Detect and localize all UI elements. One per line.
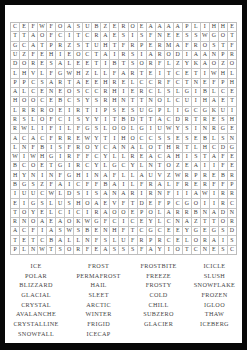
grid-cell-r5c2: O <box>20 60 28 68</box>
grid-cell-r10c24: U <box>219 107 227 115</box>
word-item: SNOWFLAKE <box>187 280 242 290</box>
grid-cell-r14c7: F <box>65 144 73 152</box>
grid-cell-r9c15: T <box>138 97 146 105</box>
grid-cell-r2c13: S <box>119 32 127 40</box>
grid-cell-r11c22: R <box>201 116 209 124</box>
grid-cell-r7c1: P <box>11 79 19 87</box>
grid-cell-r16c20: E <box>183 162 191 170</box>
grid-cell-r2c24: O <box>219 32 227 40</box>
grid-cell-r23c10: E <box>92 227 100 235</box>
grid-cell-r11c15: T <box>138 116 146 124</box>
grid-cell-r22c2: N <box>20 218 28 226</box>
grid-cell-r11c11: I <box>101 116 109 124</box>
grid-cell-r9c11: R <box>101 97 109 105</box>
grid-cell-r22c1: R <box>11 218 19 226</box>
grid-cell-r20c4: S <box>38 199 46 207</box>
grid-cell-r5c23: O <box>210 60 218 68</box>
grid-cell-r20c24: R <box>219 199 227 207</box>
grid-cell-r3c1: G <box>11 42 19 50</box>
grid-cell-r14c2: N <box>20 144 28 152</box>
grid-cell-r24c9: N <box>83 236 91 244</box>
grid-cell-r12c14: L <box>129 125 137 133</box>
grid-cell-r5c17: F <box>156 60 164 68</box>
grid-cell-r7c20: T <box>183 79 191 87</box>
grid-cell-r4c18: O <box>165 51 173 59</box>
grid-cell-r3c3: A <box>29 42 37 50</box>
grid-cell-r2c21: S <box>192 32 200 40</box>
grid-cell-r25c16: A <box>147 246 155 254</box>
grid-cell-r4c8: O <box>74 51 82 59</box>
grid-cell-r15c23: A <box>210 153 218 161</box>
grid-cell-r5c5: S <box>47 60 55 68</box>
grid-cell-r17c12: F <box>110 171 118 179</box>
grid-cell-r11c23: E <box>210 116 218 124</box>
grid-cell-r2c7: I <box>65 32 73 40</box>
grid-cell-r20c21: O <box>192 199 200 207</box>
grid-cell-r18c23: F <box>210 181 218 189</box>
grid-cell-r4c21: A <box>192 51 200 59</box>
grid-cell-r22c10: G <box>92 218 100 226</box>
grid-cell-r10c14: S <box>129 107 137 115</box>
grid-cell-r12c9: G <box>83 125 91 133</box>
grid-cell-r25c12: S <box>110 246 118 254</box>
grid-cell-r16c22: I <box>201 162 209 170</box>
grid-cell-r3c19: A <box>174 42 182 50</box>
grid-cell-r22c3: O <box>29 218 37 226</box>
grid-cell-r18c16: R <box>147 181 155 189</box>
grid-cell-r17c24: B <box>219 171 227 179</box>
grid-cell-r23c7: W <box>65 227 73 235</box>
word-item: ICEBERG <box>187 319 242 329</box>
grid-cell-r8c23: L <box>210 88 218 96</box>
grid-cell-r13c25: N <box>228 134 236 142</box>
grid-cell-r23c5: A <box>47 227 55 235</box>
grid-cell-r9c13: N <box>119 97 127 105</box>
grid-cell-r16c7: I <box>65 162 73 170</box>
grid-cell-r21c21: B <box>192 209 200 217</box>
grid-cell-r8c3: C <box>29 88 37 96</box>
grid-cell-r20c23: I <box>210 199 218 207</box>
grid-cell-r19c14: R <box>129 190 137 198</box>
grid-cell-r18c3: S <box>29 181 37 189</box>
grid-cell-r4c3: F <box>29 51 37 59</box>
grid-cell-r13c9: W <box>83 134 91 142</box>
grid-cell-r7c11: H <box>101 79 109 87</box>
grid-cell-r12c7: L <box>65 125 73 133</box>
grid-cell-r13c14: O <box>129 134 137 142</box>
grid-cell-r25c7: O <box>65 246 73 254</box>
word-list: ICEPOLARBLIZZARDGLACIALCRYSTALAVALANCHEC… <box>5 261 242 339</box>
grid-cell-r25c13: S <box>119 246 127 254</box>
grid-cell-r2c2: T <box>20 32 28 40</box>
grid-cell-r17c19: W <box>174 171 182 179</box>
grid-cell-r10c21: C <box>192 107 200 115</box>
grid-cell-r21c19: R <box>174 209 182 217</box>
grid-cell-r24c19: E <box>174 236 182 244</box>
grid-cell-r2c12: E <box>110 32 118 40</box>
grid-cell-r15c21: S <box>192 153 200 161</box>
grid-cell-r6c11: L <box>101 69 109 77</box>
grid-cell-r19c11: A <box>101 190 109 198</box>
grid-cell-r8c2: L <box>20 88 28 96</box>
grid-cell-r14c21: L <box>192 144 200 152</box>
grid-cell-r20c3: G <box>29 199 37 207</box>
grid-cell-r18c11: B <box>101 181 109 189</box>
grid-cell-r8c5: N <box>47 88 55 96</box>
grid-cell-r6c18: T <box>165 69 173 77</box>
grid-cell-r8c24: C <box>219 88 227 96</box>
grid-cell-r5c18: L <box>165 60 173 68</box>
word-item: CRYSTAL <box>5 300 67 310</box>
grid-cell-r17c14: L <box>129 171 137 179</box>
grid-cell-r25c1: P <box>11 246 19 254</box>
grid-cell-r5c20: Y <box>183 60 191 68</box>
grid-cell-r22c20: A <box>183 218 191 226</box>
grid-cell-r17c2: Y <box>20 171 28 179</box>
grid-cell-r2c15: S <box>138 32 146 40</box>
grid-cell-r12c22: N <box>201 125 209 133</box>
grid-cell-r11c17: A <box>156 116 164 124</box>
grid-cell-r15c15: E <box>138 153 146 161</box>
grid-cell-r3c18: M <box>165 42 173 50</box>
grid-cell-r21c13: O <box>119 209 127 217</box>
grid-cell-r14c3: F <box>29 144 37 152</box>
grid-cell-r10c16: G <box>147 107 155 115</box>
grid-cell-r9c4: C <box>38 97 46 105</box>
grid-cell-r21c10: R <box>92 209 100 217</box>
grid-cell-r23c25: D <box>228 227 236 235</box>
grid-cell-r18c18: L <box>165 181 173 189</box>
grid-cell-r6c17: I <box>156 69 164 77</box>
grid-cell-r3c21: R <box>192 42 200 50</box>
word-item: GLACIER <box>130 319 187 329</box>
grid-cell-r24c13: U <box>119 236 127 244</box>
grid-cell-r19c7: D <box>65 190 73 198</box>
grid-cell-r14c6: S <box>56 144 64 152</box>
grid-cell-r10c13: E <box>119 107 127 115</box>
grid-cell-r12c21: I <box>192 125 200 133</box>
grid-cell-r21c22: N <box>201 209 209 217</box>
grid-cell-r25c5: T <box>47 246 55 254</box>
grid-cell-r22c21: Z <box>192 218 200 226</box>
grid-cell-r1c22: I <box>201 23 209 31</box>
grid-cell-r6c6: G <box>56 69 64 77</box>
grid-cell-r11c18: C <box>165 116 173 124</box>
grid-cell-r25c17: Y <box>156 246 164 254</box>
worksheet-page: CEFWFOASUBZEROEAAAAPLIHHETTAOFCITCRAESIS… <box>5 5 242 343</box>
grid-cell-r12c15: G <box>138 125 146 133</box>
grid-cell-r20c14: T <box>129 199 137 207</box>
grid-cell-r13c10: Y <box>92 134 100 142</box>
grid-cell-r3c8: S <box>74 42 82 50</box>
grid-cell-r20c20: G <box>183 199 191 207</box>
grid-cell-r17c9: I <box>83 171 91 179</box>
grid-cell-r18c24: F <box>219 181 227 189</box>
grid-cell-r21c17: L <box>156 209 164 217</box>
grid-cell-r22c13: I <box>119 218 127 226</box>
grid-cell-r16c18: O <box>165 162 173 170</box>
grid-cell-r6c8: H <box>74 69 82 77</box>
grid-cell-r9c25: T <box>228 97 236 105</box>
grid-cell-r8c14: E <box>129 88 137 96</box>
word-item: SLEET <box>67 290 130 300</box>
grid-cell-r18c14: L <box>129 181 137 189</box>
grid-cell-r7c8: A <box>74 79 82 87</box>
grid-cell-r4c23: N <box>210 51 218 59</box>
grid-cell-r9c22: H <box>201 97 209 105</box>
grid-cell-r1c6: O <box>56 23 64 31</box>
grid-cell-r3c17: R <box>156 42 164 50</box>
grid-cell-r5c19: Z <box>174 60 182 68</box>
grid-cell-r24c16: P <box>147 236 155 244</box>
grid-cell-r1c19: A <box>174 23 182 31</box>
grid-cell-r17c3: N <box>29 171 37 179</box>
word-item: SUBZERO <box>130 309 187 319</box>
grid-cell-r20c15: D <box>138 199 146 207</box>
word-item: AVALANCHE <box>5 309 67 319</box>
grid-cell-r6c14: R <box>129 69 137 77</box>
grid-cell-r24c25: S <box>228 236 236 244</box>
grid-cell-r13c4: C <box>38 134 46 142</box>
grid-cell-r12c5: F <box>47 125 55 133</box>
grid-cell-r25c18: I <box>165 246 173 254</box>
grid-cell-r24c21: O <box>192 236 200 244</box>
grid-cell-r10c1: L <box>11 107 19 115</box>
grid-cell-r13c8: E <box>74 134 82 142</box>
grid-cell-r4c24: P <box>219 51 227 59</box>
grid-cell-r1c13: R <box>119 23 127 31</box>
grid-cell-r5c8: E <box>74 60 82 68</box>
grid-cell-r20c18: P <box>165 199 173 207</box>
grid-cell-r7c2: P <box>20 79 28 87</box>
grid-cell-r16c23: I <box>210 162 218 170</box>
grid-cell-r6c25: L <box>228 69 236 77</box>
grid-cell-r9c19: C <box>174 97 182 105</box>
grid-cell-r11c3: L <box>29 116 37 124</box>
word-item: SNOWFALL <box>5 329 67 339</box>
grid-cell-r17c17: V <box>156 171 164 179</box>
grid-cell-r1c4: W <box>38 23 46 31</box>
grid-cell-r3c20: F <box>183 42 191 50</box>
grid-cell-r22c24: O <box>219 218 227 226</box>
grid-cell-r9c8: S <box>74 97 82 105</box>
grid-cell-r16c12: G <box>110 162 118 170</box>
grid-cell-r15c24: F <box>219 153 227 161</box>
grid-cell-r19c24: R <box>219 190 227 198</box>
grid-cell-r8c20: G <box>183 88 191 96</box>
grid-cell-r12c17: U <box>156 125 164 133</box>
grid-cell-r13c22: B <box>201 134 209 142</box>
grid-cell-r21c6: C <box>56 209 64 217</box>
grid-cell-r23c21: G <box>192 227 200 235</box>
grid-cell-r20c6: U <box>56 199 64 207</box>
grid-cell-r16c17: T <box>156 162 164 170</box>
grid-cell-r24c3: T <box>29 236 37 244</box>
grid-cell-r5c21: K <box>192 60 200 68</box>
grid-cell-r11c12: T <box>110 116 118 124</box>
grid-cell-r4c25: R <box>228 51 236 59</box>
grid-cell-r24c24: I <box>219 236 227 244</box>
grid-cell-r3c11: H <box>101 42 109 50</box>
grid-cell-r15c14: R <box>129 153 137 161</box>
grid-cell-r17c7: G <box>65 171 73 179</box>
grid-cell-r24c14: F <box>129 236 137 244</box>
grid-cell-r18c13: I <box>119 181 127 189</box>
grid-cell-r7c24: P <box>219 79 227 87</box>
grid-cell-r10c6: E <box>56 107 64 115</box>
grid-cell-r4c13: R <box>119 51 127 59</box>
grid-cell-r2c8: T <box>74 32 82 40</box>
grid-cell-r8c11: R <box>101 88 109 96</box>
grid-cell-r10c20: G <box>183 107 191 115</box>
grid-cell-r25c8: R <box>74 246 82 254</box>
grid-cell-r21c20: R <box>183 209 191 217</box>
grid-cell-r22c9: W <box>83 218 91 226</box>
grid-cell-r1c20: P <box>183 23 191 31</box>
grid-cell-r15c25: E <box>228 153 236 161</box>
grid-cell-r21c18: A <box>165 209 173 217</box>
grid-cell-r23c14: T <box>129 227 137 235</box>
grid-cell-r9c6: B <box>56 97 64 105</box>
grid-cell-r19c18: F <box>165 190 173 198</box>
grid-cell-r19c2: U <box>20 190 28 198</box>
grid-cell-r16c5: T <box>47 162 55 170</box>
grid-cell-r17c18: Z <box>165 171 173 179</box>
grid-cell-r10c8: R <box>74 107 82 115</box>
grid-cell-r5c11: I <box>101 60 109 68</box>
grid-cell-r14c24: D <box>219 144 227 152</box>
grid-cell-r20c5: L <box>47 199 55 207</box>
grid-cell-r9c12: H <box>110 97 118 105</box>
grid-cell-r24c6: A <box>56 236 64 244</box>
grid-cell-r17c4: I <box>38 171 46 179</box>
grid-cell-r13c5: F <box>47 134 55 142</box>
grid-cell-r9c18: L <box>165 97 173 105</box>
grid-cell-r17c11: A <box>101 171 109 179</box>
grid-cell-r25c25: C <box>228 246 236 254</box>
grid-cell-r16c11: L <box>101 162 109 170</box>
grid-cell-r1c14: O <box>129 23 137 31</box>
grid-cell-r11c8: S <box>74 116 82 124</box>
grid-cell-r7c7: T <box>65 79 73 87</box>
grid-cell-r9c23: A <box>210 97 218 105</box>
grid-cell-r9c10: S <box>92 97 100 105</box>
grid-cell-r4c17: R <box>156 51 164 59</box>
grid-cell-r15c10: C <box>92 153 100 161</box>
grid-cell-r22c6: A <box>56 218 64 226</box>
grid-cell-r19c25: R <box>228 190 236 198</box>
word-item: HAIL <box>67 280 130 290</box>
grid-cell-r18c19: F <box>174 181 182 189</box>
grid-cell-r25c9: F <box>83 246 91 254</box>
grid-cell-r15c4: H <box>38 153 46 161</box>
grid-cell-r7c17: R <box>156 79 164 87</box>
grid-cell-r23c20: Y <box>183 227 191 235</box>
grid-cell-r1c2: E <box>20 23 28 31</box>
grid-cell-r4c2: Z <box>20 51 28 59</box>
grid-cell-r7c3: C <box>29 79 37 87</box>
grid-cell-r11c10: Y <box>92 116 100 124</box>
grid-cell-r4c5: H <box>47 51 55 59</box>
grid-cell-r16c8: R <box>74 162 82 170</box>
grid-cell-r2c20: S <box>183 32 191 40</box>
grid-cell-r18c17: A <box>156 181 164 189</box>
grid-cell-r13c19: E <box>174 134 182 142</box>
grid-cell-r3c13: F <box>119 42 127 50</box>
grid-cell-r12c10: S <box>92 125 100 133</box>
grid-cell-r20c9: O <box>83 199 91 207</box>
grid-cell-r23c17: C <box>156 227 164 235</box>
grid-cell-r4c6: I <box>56 51 64 59</box>
grid-cell-r14c17: T <box>156 144 164 152</box>
grid-cell-r20c25: C <box>228 199 236 207</box>
word-item: FROZEN <box>187 290 242 300</box>
grid-cell-r16c13: C <box>119 162 127 170</box>
grid-cell-r8c22: B <box>201 88 209 96</box>
grid-cell-r22c11: F <box>101 218 109 226</box>
grid-cell-r7c15: C <box>138 79 146 87</box>
grid-cell-r11c21: T <box>192 116 200 124</box>
grid-cell-r23c11: N <box>101 227 109 235</box>
grid-cell-r8c16: C <box>147 88 155 96</box>
grid-cell-r20c7: S <box>65 199 73 207</box>
grid-cell-r1c1: C <box>11 23 19 31</box>
grid-cell-r13c7: R <box>65 134 73 142</box>
grid-cell-r16c21: A <box>192 162 200 170</box>
grid-cell-r19c22: W <box>201 190 209 198</box>
grid-cell-r4c9: C <box>83 51 91 59</box>
grid-cell-r22c19: N <box>174 218 182 226</box>
grid-cell-r20c10: A <box>92 199 100 207</box>
grid-cell-r15c16: A <box>147 153 155 161</box>
grid-cell-r9c2: O <box>20 97 28 105</box>
grid-cell-r25c22: N <box>201 246 209 254</box>
grid-cell-r15c6: I <box>56 153 64 161</box>
grid-cell-r19c16: R <box>147 190 155 198</box>
grid-cell-r20c22: I <box>201 199 209 207</box>
grid-cell-r9c5: E <box>47 97 55 105</box>
grid-cell-r2c17: N <box>156 32 164 40</box>
word-item: FROSTBITE <box>130 261 187 271</box>
grid-cell-r14c5: I <box>47 144 55 152</box>
grid-cell-r2c22: W <box>201 32 209 40</box>
grid-cell-r6c20: E <box>183 69 191 77</box>
grid-cell-r18c20: R <box>183 181 191 189</box>
grid-cell-r14c8: R <box>74 144 82 152</box>
grid-cell-r10c3: R <box>29 107 37 115</box>
grid-cell-r4c11: A <box>101 51 109 59</box>
grid-cell-r24c4: C <box>38 236 46 244</box>
grid-cell-r16c15: L <box>138 162 146 170</box>
grid-cell-r10c23: K <box>210 107 218 115</box>
grid-cell-r23c8: S <box>74 227 82 235</box>
grid-cell-r2c18: E <box>165 32 173 40</box>
grid-cell-r12c11: L <box>101 125 109 133</box>
grid-cell-r3c12: T <box>110 42 118 50</box>
grid-cell-r20c13: F <box>119 199 127 207</box>
grid-cell-r4c19: D <box>174 51 182 59</box>
grid-cell-r12c2: W <box>20 125 28 133</box>
grid-cell-r6c12: F <box>110 69 118 77</box>
grid-cell-r19c19: I <box>174 190 182 198</box>
grid-cell-r3c23: S <box>210 42 218 50</box>
grid-cell-r3c16: E <box>147 42 155 50</box>
grid-cell-r25c15: F <box>138 246 146 254</box>
grid-cell-r18c15: F <box>138 181 146 189</box>
grid-cell-r25c11: A <box>101 246 109 254</box>
grid-cell-r3c7: Z <box>65 42 73 50</box>
grid-cell-r7c19: C <box>174 79 182 87</box>
